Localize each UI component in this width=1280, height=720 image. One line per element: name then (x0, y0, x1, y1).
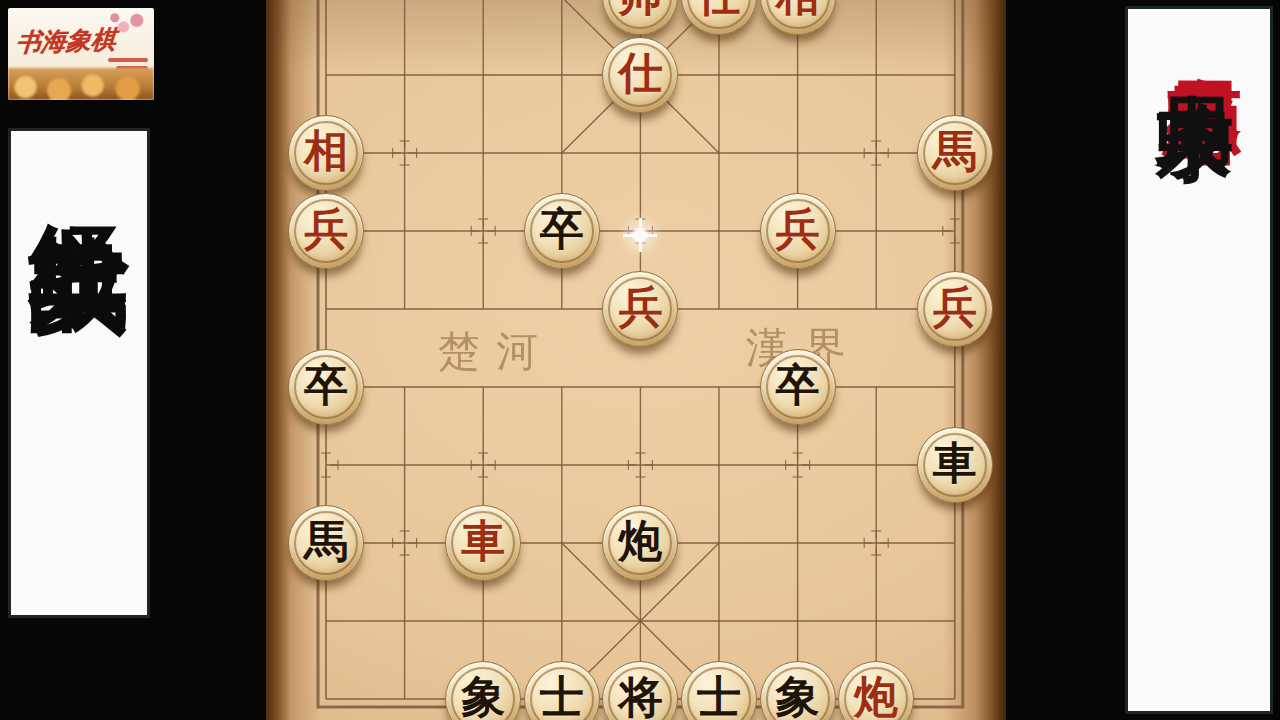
logo-title: 书海象棋 (15, 22, 147, 60)
piece-black-soldier[interactable]: 卒 (288, 349, 364, 425)
piece-red-chariot[interactable]: 車 (445, 505, 521, 581)
last-move-marker (623, 218, 657, 252)
piece-black-chariot[interactable]: 車 (917, 427, 993, 503)
piece-black-horse[interactable]: 馬 (288, 505, 364, 581)
logo-subtext-decoration (108, 58, 148, 62)
xiangqi-board[interactable]: 楚河 漢界 帅仕相仕相馬兵卒兵兵兵卒卒車馬車炮象士将士象炮 (266, 0, 1006, 720)
piece-red-elephant[interactable]: 相 (288, 115, 364, 191)
video-frame: 书海象棋 经典实战 布局思路中局攻杀 楚河 漢界 帅仕相仕相馬兵卒兵兵兵卒卒車馬… (0, 0, 1280, 720)
piece-black-cannon[interactable]: 炮 (602, 505, 678, 581)
right-banner: 布局思路中局攻杀 (1125, 6, 1273, 714)
right-banner-text: 布局思路中局攻杀 (1150, 9, 1248, 711)
piece-red-soldier[interactable]: 兵 (288, 193, 364, 269)
piece-red-soldier[interactable]: 兵 (602, 271, 678, 347)
right-banner-line1: 布局思路 (1154, 15, 1252, 31)
right-banner-line2: 中局攻杀 (1146, 31, 1244, 47)
left-banner: 经典实战 (8, 128, 150, 618)
river-label-left: 楚河 (438, 329, 554, 375)
piece-red-soldier[interactable]: 兵 (760, 193, 836, 269)
piece-red-soldier[interactable]: 兵 (917, 271, 993, 347)
left-banner-text: 经典实战 (17, 131, 142, 615)
piece-red-horse[interactable]: 馬 (917, 115, 993, 191)
logo-pieces-photo (8, 68, 154, 100)
piece-black-soldier[interactable]: 卒 (524, 193, 600, 269)
piece-black-soldier[interactable]: 卒 (760, 349, 836, 425)
piece-red-advisor[interactable]: 仕 (602, 37, 678, 113)
logo-card: 书海象棋 (8, 8, 154, 100)
